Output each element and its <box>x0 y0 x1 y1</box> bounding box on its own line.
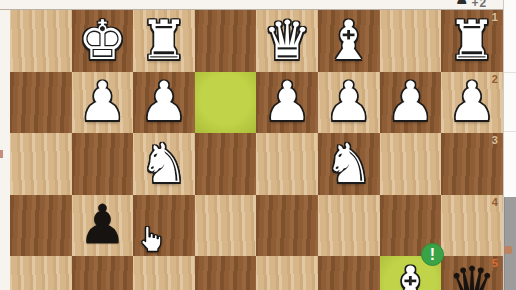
square-e2[interactable] <box>195 72 257 134</box>
scrollbar-separator <box>504 72 516 73</box>
white-pawn: ♟ <box>256 72 318 134</box>
material-indicator: ♟ +2 <box>455 0 487 9</box>
captured-black-pawn-icon: ♟ <box>455 0 468 7</box>
square-h1[interactable] <box>10 10 72 72</box>
square-a4[interactable]: 4 <box>441 195 503 257</box>
square-h2[interactable] <box>10 72 72 134</box>
white-knight: ♞ <box>133 133 195 195</box>
square-d5[interactable] <box>256 256 318 290</box>
square-a1[interactable]: ♜1 <box>441 10 503 72</box>
white-pawn: ♟ <box>133 72 195 134</box>
white-queen: ♛ <box>256 10 318 72</box>
white-pawn: ♟ <box>72 72 134 134</box>
rank-label-1: 1 <box>492 11 498 23</box>
square-e4[interactable] <box>195 195 257 257</box>
rank-label-3: 3 <box>492 134 498 146</box>
white-bishop: ♝ <box>318 10 380 72</box>
square-g2[interactable]: ♟ <box>72 72 134 134</box>
scrollbar-thumb[interactable] <box>504 197 516 290</box>
square-g5[interactable] <box>72 256 134 290</box>
side-panel-scrollbar[interactable] <box>503 0 516 290</box>
white-knight: ♞ <box>318 133 380 195</box>
square-e1[interactable] <box>195 10 257 72</box>
left-page-margin <box>0 0 10 290</box>
square-a3[interactable]: 3 <box>441 133 503 195</box>
side-panel-orange-mark <box>504 246 512 254</box>
rank-label-5: 5 <box>492 257 498 269</box>
square-a5[interactable]: ♛5 <box>441 256 503 290</box>
square-h4[interactable] <box>10 195 72 257</box>
white-pawn: ♟ <box>380 72 442 134</box>
square-g1[interactable]: ♚ <box>72 10 134 72</box>
scrollbar-separator <box>504 131 516 132</box>
rank-label-2: 2 <box>492 73 498 85</box>
move-quality-badge: ! <box>421 243 444 266</box>
square-e5[interactable] <box>195 256 257 290</box>
white-rook: ♜ <box>133 10 195 72</box>
white-pawn: ♟ <box>318 72 380 134</box>
square-c3[interactable]: ♞ <box>318 133 380 195</box>
square-f5[interactable] <box>133 256 195 290</box>
left-margin-artifact <box>0 150 3 158</box>
square-c2[interactable]: ♟ <box>318 72 380 134</box>
black-pawn: ♟ <box>72 195 134 257</box>
square-f1[interactable]: ♜ <box>133 10 195 72</box>
square-f2[interactable]: ♟ <box>133 72 195 134</box>
square-c1[interactable]: ♝ <box>318 10 380 72</box>
hand-pointer-cursor <box>138 226 162 254</box>
square-b2[interactable]: ♟ <box>380 72 442 134</box>
top-page-margin: ♟ +2 <box>0 0 516 9</box>
square-b3[interactable] <box>380 133 442 195</box>
square-h5[interactable] <box>10 256 72 290</box>
square-d2[interactable]: ♟ <box>256 72 318 134</box>
square-a2[interactable]: ♟2 <box>441 72 503 134</box>
square-d1[interactable]: ♛ <box>256 10 318 72</box>
square-b1[interactable] <box>380 10 442 72</box>
square-e3[interactable] <box>195 133 257 195</box>
square-h3[interactable] <box>10 133 72 195</box>
square-c5[interactable] <box>318 256 380 290</box>
square-g4[interactable]: ♟ <box>72 195 134 257</box>
exclamation-mark: ! <box>430 246 435 264</box>
square-g3[interactable] <box>72 133 134 195</box>
white-king: ♚ <box>72 10 134 72</box>
rank-label-4: 4 <box>492 196 498 208</box>
square-d3[interactable] <box>256 133 318 195</box>
board-top-border <box>0 9 516 10</box>
material-count: +2 <box>471 0 487 9</box>
square-d4[interactable] <box>256 195 318 257</box>
square-c4[interactable] <box>318 195 380 257</box>
square-f3[interactable]: ♞ <box>133 133 195 195</box>
